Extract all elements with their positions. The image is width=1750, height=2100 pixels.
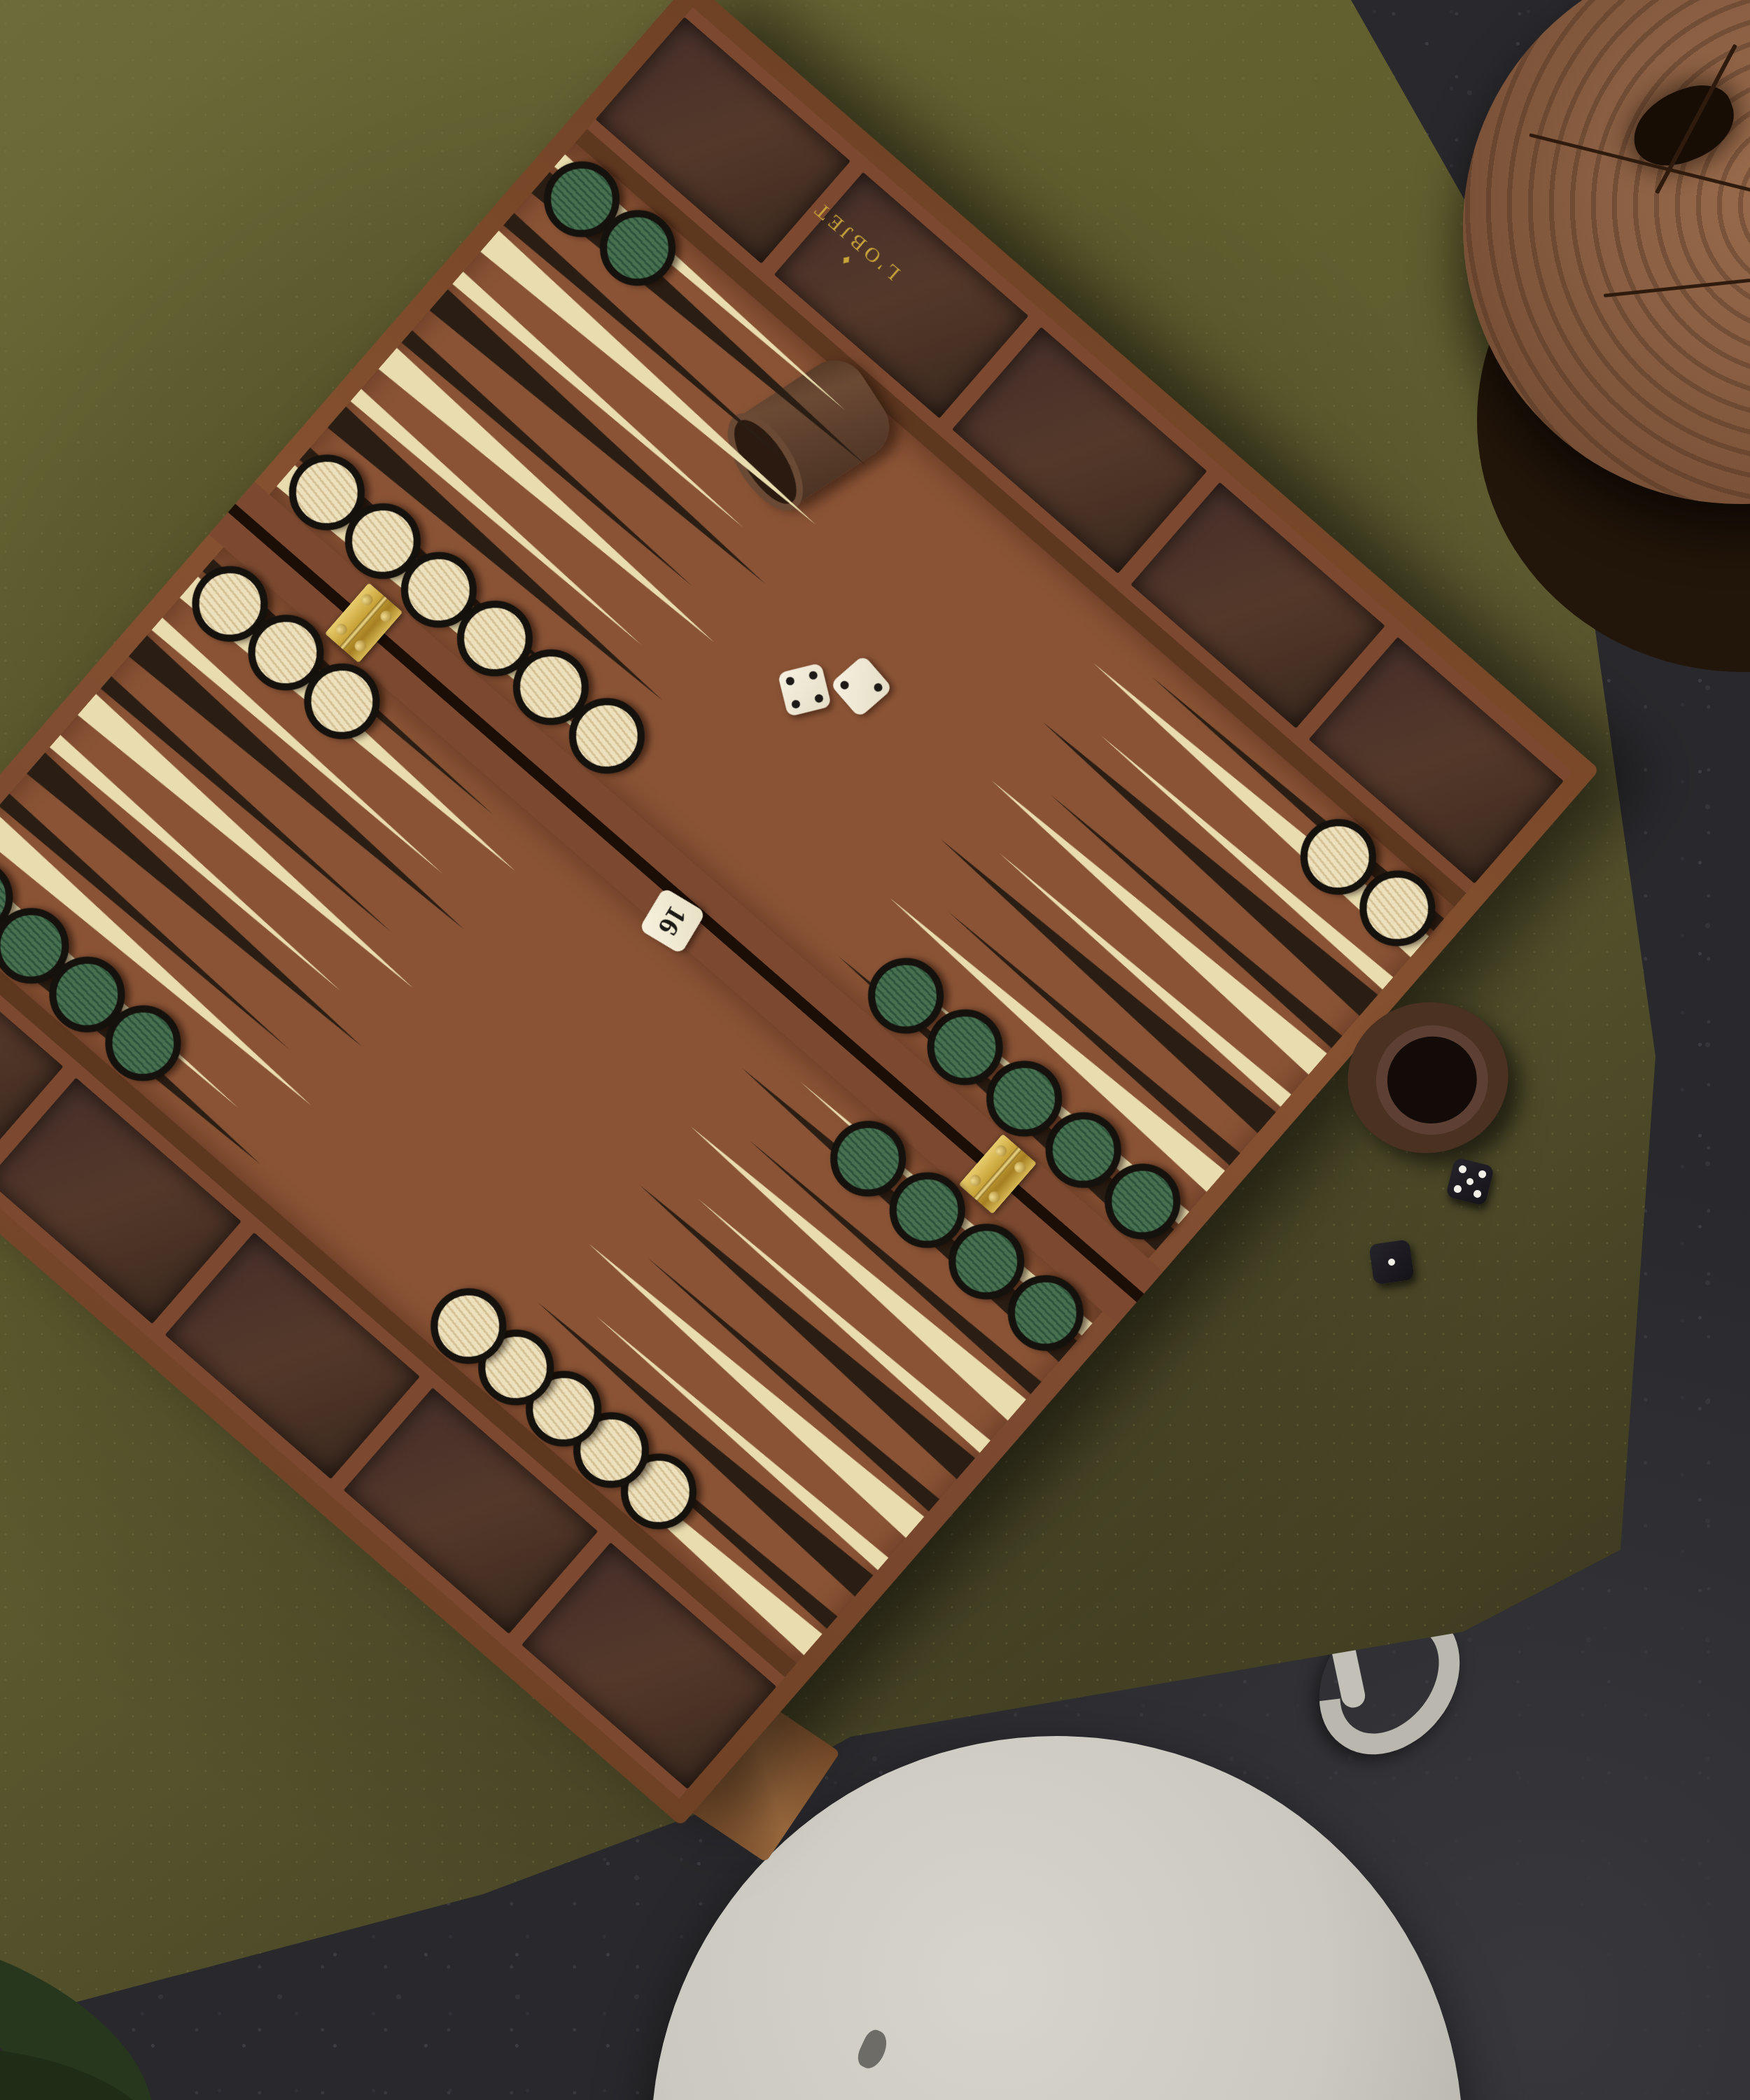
stool-paint-chip xyxy=(854,2026,892,2072)
die-pip xyxy=(813,693,824,703)
stump-crack xyxy=(1604,266,1750,297)
hinge-screw-icon xyxy=(353,638,369,654)
die-pip xyxy=(791,699,801,709)
black-die-1[interactable] xyxy=(1368,1239,1415,1285)
doubling-cube-value: 16 xyxy=(651,900,694,941)
die-pip xyxy=(1453,1184,1462,1193)
die-pip xyxy=(1387,1258,1396,1266)
die-pip xyxy=(1458,1165,1467,1174)
die-pip xyxy=(808,671,818,681)
die-pip xyxy=(785,676,796,687)
die-pip xyxy=(1466,1177,1475,1186)
hinge-screw-icon xyxy=(1012,1159,1028,1175)
hinge-screw-icon xyxy=(967,1172,983,1189)
hinge-screw-icon xyxy=(378,608,394,624)
hinge-screw-icon xyxy=(359,592,375,608)
die-pip xyxy=(1473,1189,1482,1198)
hinge-screw-icon xyxy=(986,1189,1002,1205)
scene: 16 ♦ L'OBJET xyxy=(0,0,1750,2100)
die-pip xyxy=(1478,1170,1487,1179)
hinge-screw-icon xyxy=(993,1143,1009,1159)
hinge-screw-icon xyxy=(333,622,349,638)
